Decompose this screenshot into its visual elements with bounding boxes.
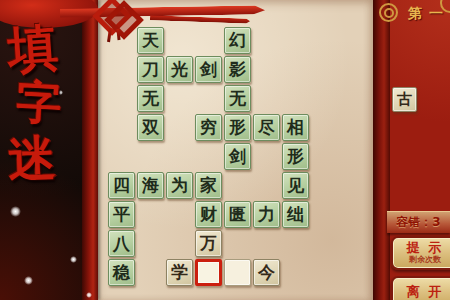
board-tile-影: 影: [224, 56, 251, 83]
board-tile-双: 双: [137, 114, 164, 141]
leave-button[interactable]: 离 开: [391, 276, 450, 300]
board-tile-家: 家: [195, 172, 222, 199]
board-tile-匮: 匮: [224, 201, 251, 228]
board-tile-今[interactable]: 今: [253, 259, 280, 286]
board-tile-幻: 幻: [224, 27, 251, 54]
game-title-char: 迷: [7, 133, 57, 183]
board-tile-八: 八: [108, 230, 135, 257]
board-tile-形: 形: [282, 143, 309, 170]
board-tile-形: 形: [224, 114, 251, 141]
board-tile-无: 无: [224, 85, 251, 112]
board-tile-稳: 稳: [108, 259, 135, 286]
scroll-ornament-icon: [384, 8, 394, 18]
hint-button-label: 提 示: [407, 241, 444, 255]
sparkle-icon: [24, 276, 33, 285]
board-tile-绌: 绌: [282, 201, 309, 228]
board-tile-无: 无: [137, 85, 164, 112]
fault-tolerance-badge: 容错：3: [387, 212, 450, 233]
board-cell-empty[interactable]: [224, 259, 251, 286]
board-right-frame: [373, 0, 390, 300]
game-title-char: 填: [6, 22, 59, 75]
board-tile-为: 为: [166, 172, 193, 199]
hint-button[interactable]: 提 示 剩余次数: [391, 236, 450, 270]
board-tile-剑: 剑: [224, 143, 251, 170]
fault-tolerance-label: 容错：3: [396, 214, 440, 231]
board-cell-empty-selected[interactable]: [195, 259, 222, 286]
leave-button-label: 离 开: [407, 285, 444, 299]
board-tile-天: 天: [137, 27, 164, 54]
board-tile-平: 平: [108, 201, 135, 228]
board-tile-见: 见: [282, 172, 309, 199]
board-tile-剑: 剑: [195, 56, 222, 83]
board-tile-四: 四: [108, 172, 135, 199]
sparkle-icon: [86, 292, 92, 298]
board-tile-穷: 穷: [195, 114, 222, 141]
hint-remaining-label: 剩余次数: [409, 256, 441, 265]
board-tile-财: 财: [195, 201, 222, 228]
board-tile-力: 力: [253, 201, 280, 228]
game-screen: 填 字 迷 天幻刀光剑影无无双穷形尽相剑形四海为家见平财匮力绌八万稳学今 第一 …: [0, 0, 450, 300]
board-left-frame: [82, 0, 98, 300]
board-tile-海: 海: [137, 172, 164, 199]
sparkle-icon: [70, 256, 77, 263]
board-tile-尽: 尽: [253, 114, 280, 141]
crossword-grid: 天幻刀光剑影无无双穷形尽相剑形四海为家见平财匮力绌八万稳学今: [108, 27, 309, 286]
sparkle-icon: [10, 206, 21, 217]
game-title-char: 字: [15, 79, 62, 126]
level-label: 第一: [408, 5, 450, 23]
board-tile-刀: 刀: [137, 56, 164, 83]
candidate-tile[interactable]: 古: [392, 87, 417, 112]
board-tile-光: 光: [166, 56, 193, 83]
board-tile-学[interactable]: 学: [166, 259, 193, 286]
board-tile-万[interactable]: 万: [195, 230, 222, 257]
board-tile-相: 相: [282, 114, 309, 141]
